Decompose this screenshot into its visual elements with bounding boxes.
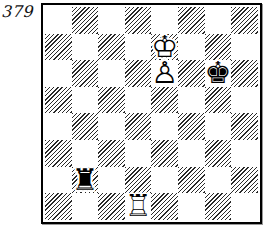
square-a5 (45, 87, 72, 114)
square-a2 (45, 167, 72, 194)
square-b4 (72, 113, 99, 140)
square-h8 (231, 7, 258, 34)
square-d7 (125, 34, 152, 61)
chess-board: ♚♔♟♙♚♚♜♜♜♖ (45, 7, 258, 220)
square-b2: ♜♜ (72, 167, 99, 194)
white-rook-icon: ♖ (125, 193, 152, 220)
square-f6 (178, 60, 205, 87)
square-d4 (125, 113, 152, 140)
square-d6 (125, 60, 152, 87)
diagram-number-label: 379 (1, 3, 33, 21)
square-d3 (125, 140, 152, 167)
square-b5 (72, 87, 99, 114)
square-c5 (98, 87, 125, 114)
square-a3 (45, 140, 72, 167)
square-c1 (98, 193, 125, 220)
square-e1 (151, 193, 178, 220)
square-h6 (231, 60, 258, 87)
square-h1 (231, 193, 258, 220)
square-f8 (178, 7, 205, 34)
square-g4 (205, 113, 232, 140)
chess-board-frame: ♚♔♟♙♚♚♜♜♜♖ (41, 3, 262, 224)
square-a7 (45, 34, 72, 61)
square-g5 (205, 87, 232, 114)
piece-white-rook-d1: ♜♖ (125, 193, 152, 220)
white-pawn-icon: ♙ (151, 60, 178, 87)
square-h4 (231, 113, 258, 140)
square-f3 (178, 140, 205, 167)
square-a1 (45, 193, 72, 220)
square-c4 (98, 113, 125, 140)
square-b7 (72, 34, 99, 61)
piece-black-rook-b2: ♜♜ (72, 167, 99, 194)
square-e2 (151, 167, 178, 194)
square-b8 (72, 7, 99, 34)
square-a8 (45, 7, 72, 34)
square-c6 (98, 60, 125, 87)
square-a6 (45, 60, 72, 87)
square-g6: ♚♚ (205, 60, 232, 87)
square-g1 (205, 193, 232, 220)
square-f4 (178, 113, 205, 140)
square-e4 (151, 113, 178, 140)
square-g8 (205, 7, 232, 34)
square-d8 (125, 7, 152, 34)
square-b6 (72, 60, 99, 87)
square-g2 (205, 167, 232, 194)
square-f7 (178, 34, 205, 61)
black-king-icon: ♚ (205, 60, 232, 87)
square-d5 (125, 87, 152, 114)
square-f5 (178, 87, 205, 114)
square-a4 (45, 113, 72, 140)
piece-white-pawn-e6: ♟♙ (151, 60, 178, 87)
square-f2 (178, 167, 205, 194)
square-c7 (98, 34, 125, 61)
chess-diagram: 379 ♚♔♟♙♚♚♜♜♜♖ (0, 0, 265, 225)
square-h2 (231, 167, 258, 194)
square-c3 (98, 140, 125, 167)
square-g3 (205, 140, 232, 167)
black-rook-icon: ♜ (72, 167, 99, 194)
square-f1 (178, 193, 205, 220)
piece-black-king-g6: ♚♚ (205, 60, 232, 87)
square-e6: ♟♙ (151, 60, 178, 87)
square-e5 (151, 87, 178, 114)
square-b1 (72, 193, 99, 220)
square-h5 (231, 87, 258, 114)
square-e3 (151, 140, 178, 167)
square-h7 (231, 34, 258, 61)
square-c8 (98, 7, 125, 34)
square-h3 (231, 140, 258, 167)
square-c2 (98, 167, 125, 194)
square-d1: ♜♖ (125, 193, 152, 220)
